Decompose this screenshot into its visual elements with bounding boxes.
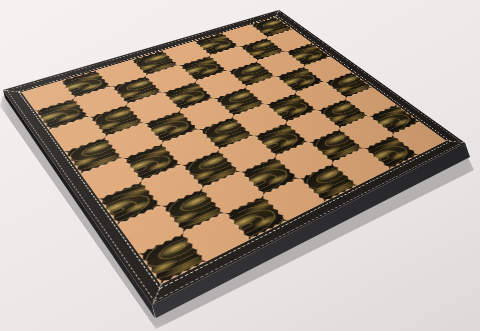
- corner-seam-stitch: [446, 140, 464, 143]
- scene-background: [0, 0, 480, 331]
- playing-field: [21, 17, 446, 285]
- chess-board: [3, 10, 465, 305]
- corner-seam-stitch: [4, 90, 22, 93]
